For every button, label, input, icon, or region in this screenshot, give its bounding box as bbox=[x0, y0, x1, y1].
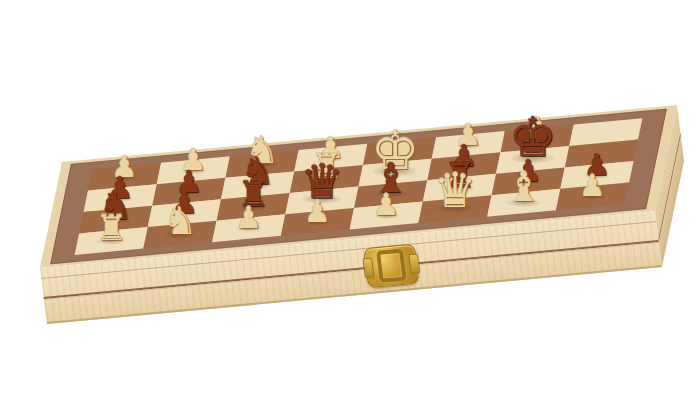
light-knight[interactable]: ♞ bbox=[163, 202, 197, 240]
light-queen[interactable]: ♛ bbox=[433, 166, 476, 214]
light-bishop[interactable]: ♝ bbox=[505, 167, 542, 208]
light-pawn[interactable]: ♟ bbox=[304, 197, 331, 227]
light-pawn[interactable]: ♟ bbox=[579, 171, 606, 201]
brass-clasp[interactable] bbox=[363, 243, 420, 288]
light-rook[interactable]: ♜ bbox=[95, 211, 126, 246]
light-pawn[interactable]: ♟ bbox=[235, 203, 262, 233]
product-photo-stage: ♟♟♞♟♟♟♟♟♞♜♚♟♚♞♟♜♛♝♜♟♟♜♞♟♟♟♛♝♟ bbox=[0, 0, 700, 400]
clasp-left-tab bbox=[362, 257, 374, 278]
clasp-latch-ring bbox=[376, 249, 407, 283]
light-pawn[interactable]: ♟ bbox=[373, 190, 400, 220]
